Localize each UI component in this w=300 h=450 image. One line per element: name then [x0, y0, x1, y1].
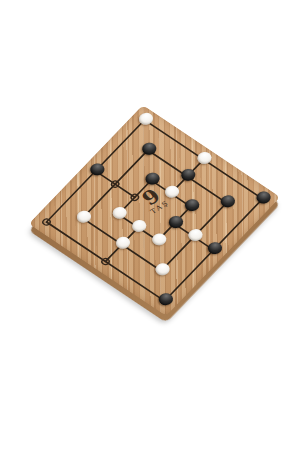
point-b6[interactable]: [130, 135, 166, 165]
black-stone-g7[interactable]: [254, 189, 274, 206]
black-stone-d6[interactable]: [179, 167, 199, 184]
point-g7[interactable]: [244, 184, 280, 214]
white-stone-d2[interactable]: [113, 235, 133, 252]
black-stone-g1[interactable]: [156, 291, 176, 308]
morris-board[interactable]: 9 TAŞ: [29, 105, 281, 316]
white-stone-e3[interactable]: [149, 231, 169, 248]
point-a7[interactable]: [127, 105, 163, 135]
black-stone-a4[interactable]: [87, 161, 107, 178]
black-stone-b6[interactable]: [139, 140, 159, 157]
point-f2[interactable]: [143, 256, 179, 286]
board-lines-svg: 9 TAŞ: [29, 105, 281, 316]
white-stone-d5[interactable]: [162, 184, 182, 201]
white-stone-f2[interactable]: [153, 261, 173, 278]
point-f6[interactable]: [209, 188, 245, 218]
white-stone-c3[interactable]: [110, 204, 130, 221]
black-stone-c5[interactable]: [143, 170, 163, 187]
black-stone-f6[interactable]: [218, 193, 238, 210]
product-photo-stage: 9 TAŞ: [0, 0, 300, 450]
black-stone-e5[interactable]: [182, 197, 202, 214]
white-stone-d7[interactable]: [195, 150, 215, 167]
white-stone-a7[interactable]: [136, 110, 156, 127]
white-stone-b2[interactable]: [74, 208, 94, 225]
black-stone-g4[interactable]: [205, 240, 225, 257]
black-stone-e4[interactable]: [166, 214, 186, 231]
white-stone-d3[interactable]: [130, 218, 150, 235]
white-stone-f4[interactable]: [185, 227, 205, 244]
point-b2[interactable]: [65, 203, 101, 233]
